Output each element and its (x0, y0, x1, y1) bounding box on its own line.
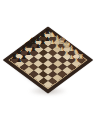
board-squares (9, 32, 85, 89)
chess-set-product-photo: ♜♞♞♝♟♝♛♟♛♟♚♟♚♟♝♟♝♟♞♟♞♟♜♟♜♟♟♟ (0, 0, 95, 126)
chess-board (2, 27, 93, 94)
